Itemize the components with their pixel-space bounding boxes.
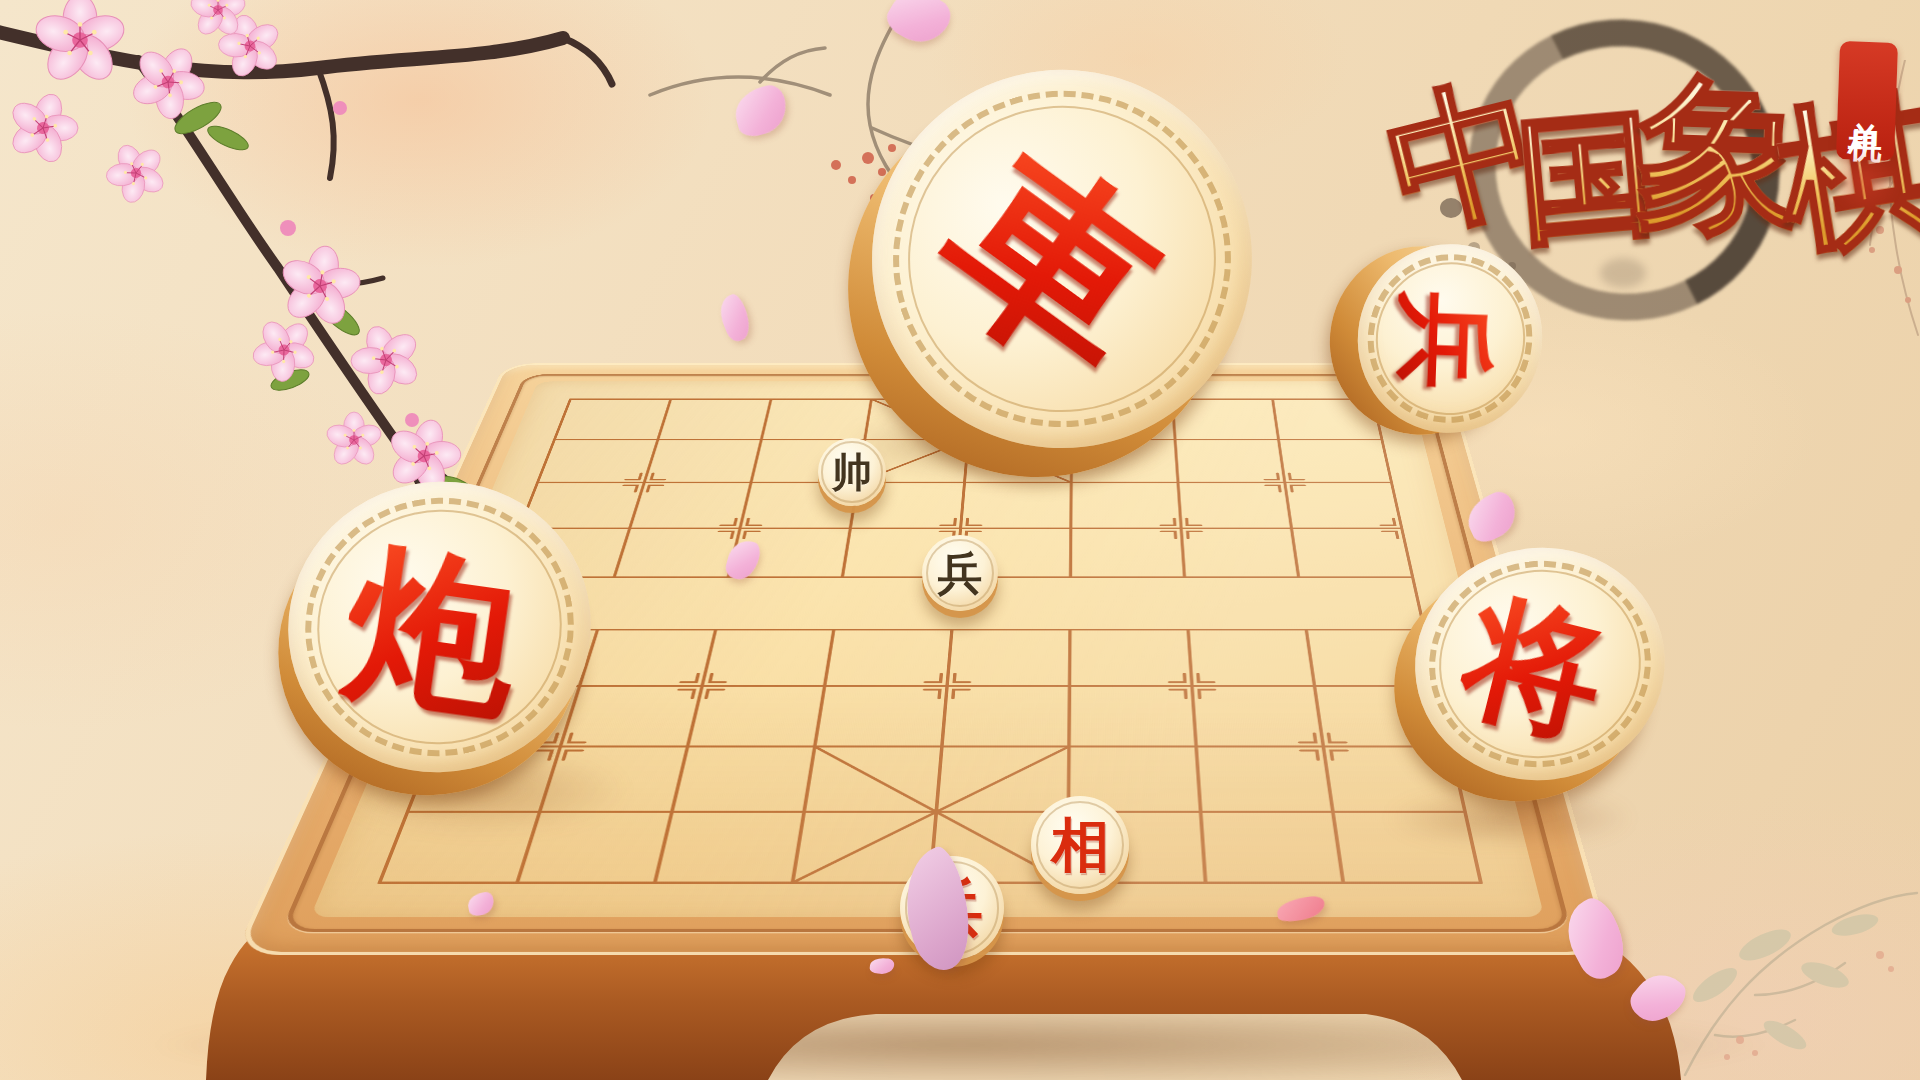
floating-piece-general: 将 xyxy=(1402,548,1668,806)
piece-character: 相 xyxy=(1051,816,1109,874)
board-piece-elephant-xiang: 相 xyxy=(1031,796,1129,894)
floating-piece-chariot: 車 xyxy=(852,70,1256,490)
piece-character: 兵 xyxy=(1395,290,1496,391)
splash-screen: 中 国 象 棋 单机 帅 兵 相 xyxy=(0,0,1920,1080)
board-piece-soldier-bing: 兵 xyxy=(922,535,998,611)
floating-piece-cannon: 炮 xyxy=(272,482,594,804)
piece-character: 兵 xyxy=(938,551,983,596)
piece-character: 炮 xyxy=(337,534,529,726)
floating-piece-soldier: 兵 xyxy=(1348,244,1544,454)
